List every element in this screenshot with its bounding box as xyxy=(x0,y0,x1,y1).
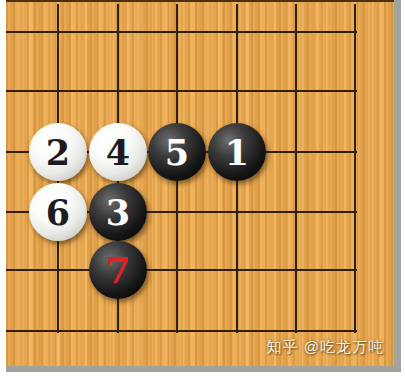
move-number: 3 xyxy=(106,195,130,230)
stone-white-4: 4 xyxy=(89,123,147,181)
move-number: 2 xyxy=(46,135,70,170)
grid-line-horizontal xyxy=(6,31,357,33)
stone-black-1: 1 xyxy=(208,123,266,181)
move-number: 1 xyxy=(225,135,249,170)
move-number: 7 xyxy=(106,253,130,288)
page: 2451637 知乎 @吃龙万吨 xyxy=(0,0,405,378)
watermark: 知乎 @吃龙万吨 xyxy=(267,338,384,357)
move-number: 6 xyxy=(46,195,70,230)
grid-line-horizontal xyxy=(6,90,357,92)
stone-black-3: 3 xyxy=(89,183,147,241)
go-diagram: 2451637 知乎 @吃龙万吨 xyxy=(6,0,401,372)
grid-line-vertical xyxy=(354,4,356,333)
stone-white-6: 6 xyxy=(29,183,87,241)
grid-line-horizontal xyxy=(6,330,357,332)
grid-line-horizontal xyxy=(6,269,357,271)
go-board: 2451637 知乎 @吃龙万吨 xyxy=(6,0,394,366)
stone-black-5: 5 xyxy=(148,123,206,181)
stone-black-7: 7 xyxy=(89,241,147,299)
stone-white-2: 2 xyxy=(29,123,87,181)
move-number: 4 xyxy=(106,135,130,170)
move-number: 5 xyxy=(165,135,189,170)
board-grid: 2451637 xyxy=(6,4,394,366)
grid-line-vertical xyxy=(295,4,297,333)
